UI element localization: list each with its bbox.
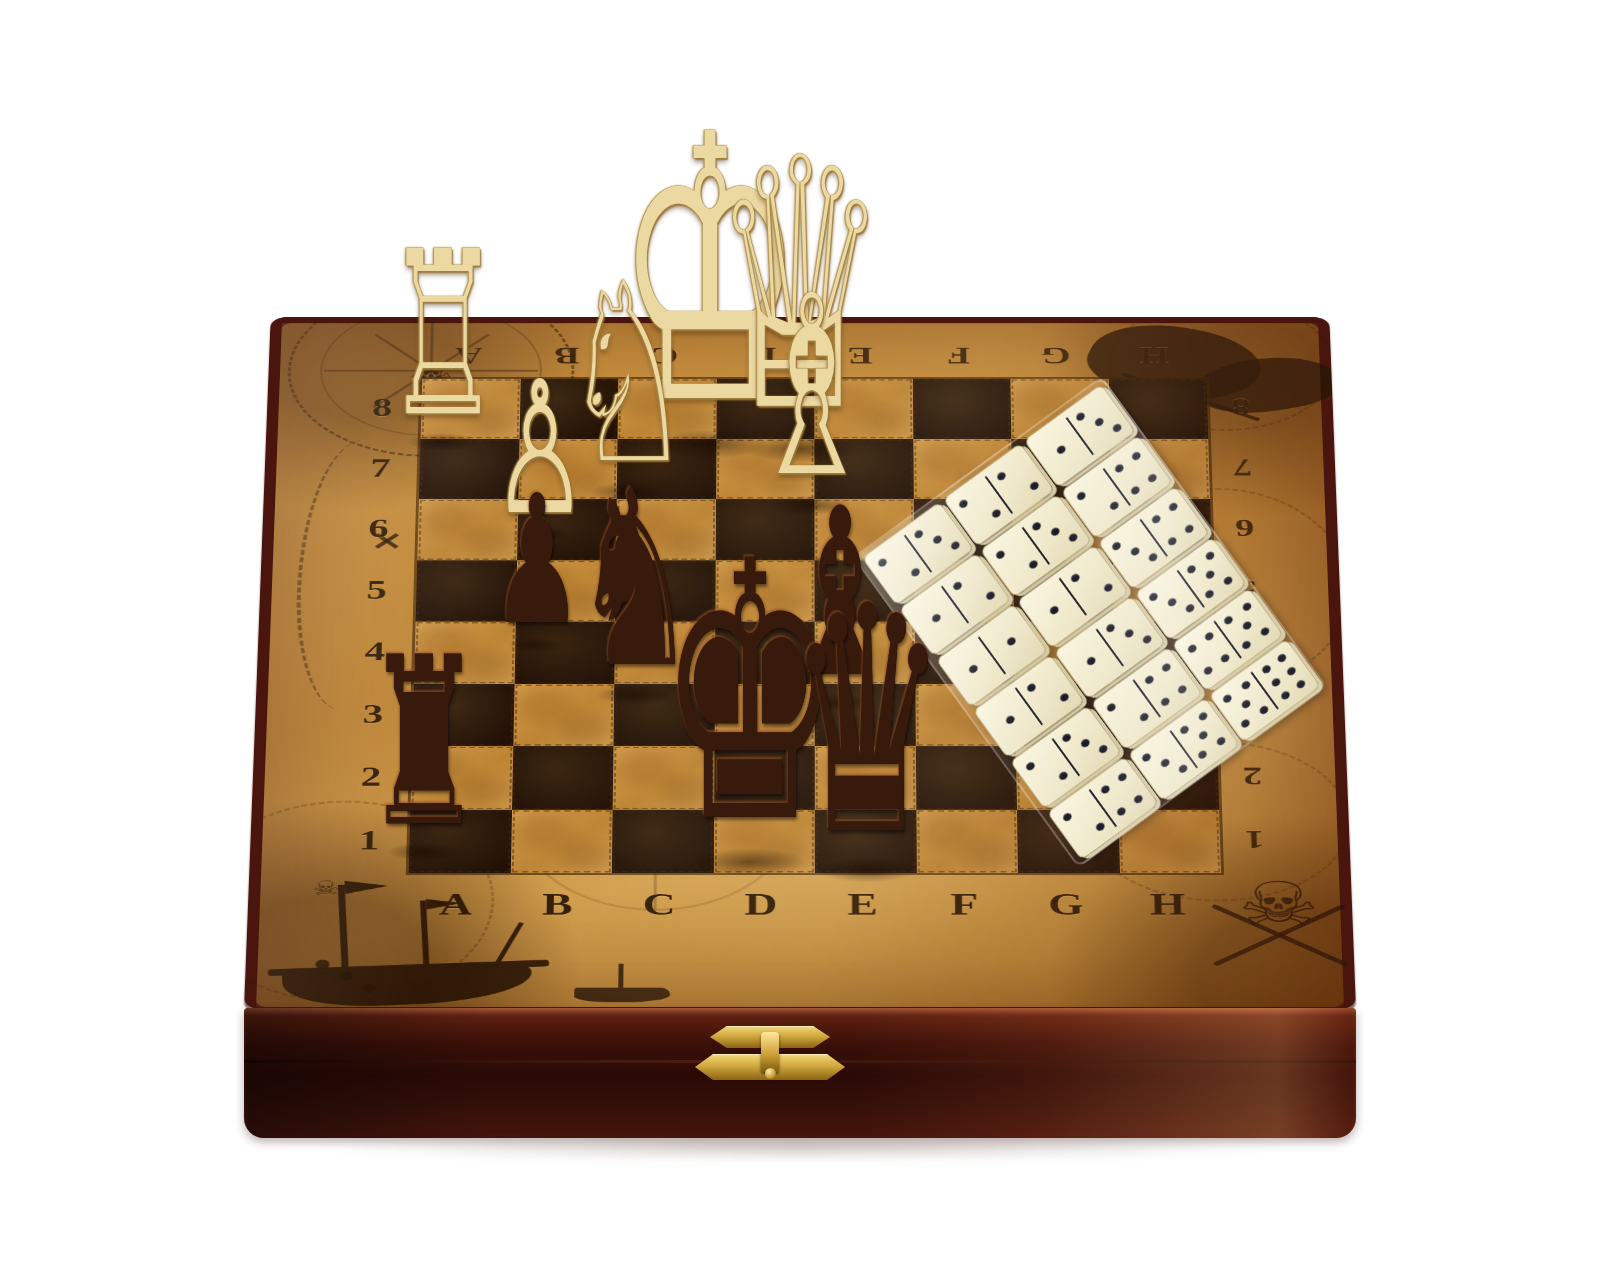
pip <box>1276 652 1288 663</box>
pip <box>1132 794 1144 805</box>
pip <box>1203 665 1215 676</box>
pip <box>1219 653 1231 664</box>
x-marks-the-spot <box>372 532 402 551</box>
rank-label-left-5: 5 <box>347 575 406 605</box>
pip <box>1150 513 1162 524</box>
file-label-bottom-h: H <box>1117 887 1219 922</box>
white-rook[interactable]: ♖ <box>385 222 502 449</box>
pip <box>1222 693 1234 704</box>
pip <box>1204 569 1216 580</box>
box-shadow <box>304 1134 1294 1160</box>
rank-label-right-2: 2 <box>1223 761 1283 791</box>
pip <box>1258 704 1270 715</box>
pip <box>1295 679 1307 690</box>
pip <box>1259 626 1271 637</box>
pip <box>1085 656 1097 667</box>
pip <box>1005 636 1017 647</box>
pip <box>1004 714 1016 725</box>
pip <box>1140 752 1152 763</box>
brass-latch[interactable] <box>695 1024 845 1094</box>
pip <box>1094 821 1106 832</box>
chess-box-scene: ☠ N <box>244 282 1356 1202</box>
pip <box>990 508 1002 519</box>
rank-label-right-8: 8 <box>1212 393 1270 422</box>
pip <box>1024 760 1036 771</box>
pip <box>1167 501 1179 512</box>
pip <box>985 590 997 601</box>
file-label-bottom-b: B <box>506 887 608 922</box>
pip <box>1110 541 1122 552</box>
pip <box>1147 592 1159 603</box>
pip <box>1116 806 1128 817</box>
pip <box>1059 692 1071 703</box>
box-front-panel <box>244 1008 1356 1138</box>
pip <box>1129 546 1141 557</box>
rank-label-left-6: 6 <box>349 513 408 543</box>
pip <box>1102 582 1114 593</box>
pip <box>1130 485 1142 496</box>
latch-hook <box>761 1032 779 1072</box>
pip <box>1160 696 1172 707</box>
pip <box>1141 633 1153 644</box>
pip <box>1261 663 1273 674</box>
file-label-top-h: H <box>1105 342 1203 371</box>
pip <box>1197 711 1209 722</box>
rank-label-right-7: 7 <box>1213 453 1272 482</box>
pip <box>1113 462 1125 473</box>
pip <box>949 539 961 550</box>
pip <box>1222 575 1234 586</box>
pip <box>1029 480 1041 491</box>
pip <box>1240 639 1252 650</box>
file-label-bottom-g: G <box>1015 887 1117 922</box>
rank-label-right-6: 6 <box>1215 513 1274 542</box>
pip <box>1204 588 1216 599</box>
pip <box>1240 699 1252 710</box>
pip <box>1167 536 1179 547</box>
pip <box>1048 605 1060 616</box>
pip <box>1179 724 1191 735</box>
pip <box>1177 763 1189 774</box>
pip <box>1241 620 1253 631</box>
pip <box>957 498 969 509</box>
pip <box>1093 417 1105 428</box>
pip <box>1204 550 1216 561</box>
pip <box>1147 551 1159 562</box>
square-b1[interactable] <box>510 809 612 873</box>
pip <box>1186 564 1198 575</box>
pip <box>1105 701 1117 712</box>
pip <box>1031 521 1043 532</box>
square-f8[interactable] <box>912 379 1011 439</box>
pip <box>1138 712 1150 723</box>
file-label-top-f: F <box>909 342 1007 371</box>
pip <box>1166 597 1178 608</box>
pip <box>1075 411 1087 422</box>
pip <box>1285 665 1297 676</box>
pip <box>1061 732 1073 743</box>
pip <box>1215 735 1227 746</box>
file-label-top-g: G <box>1007 342 1105 371</box>
pip <box>1069 572 1081 583</box>
pip <box>995 470 1007 481</box>
file-label-bottom-a: A <box>404 887 506 922</box>
pip <box>1159 757 1171 768</box>
pip <box>1116 771 1128 782</box>
pip <box>1184 602 1196 613</box>
pip <box>1240 680 1252 691</box>
pip <box>1049 526 1061 537</box>
pip <box>1183 523 1195 534</box>
pip <box>1055 444 1067 455</box>
dark-pawn[interactable]: ♟ <box>491 472 583 650</box>
pip <box>1241 601 1253 612</box>
pip <box>1057 770 1069 781</box>
pip <box>1079 738 1091 749</box>
dark-rook[interactable]: ♜ <box>364 626 484 858</box>
pip <box>1111 422 1123 433</box>
pip <box>1160 662 1172 673</box>
pip <box>1067 531 1079 542</box>
dark-queen[interactable]: ♛ <box>786 566 947 879</box>
pip <box>1105 623 1117 634</box>
pip <box>1123 628 1135 639</box>
pip <box>1143 674 1155 685</box>
pip <box>1075 490 1087 501</box>
pip <box>1099 783 1111 794</box>
pip <box>994 549 1006 560</box>
pip <box>1270 677 1282 688</box>
pip <box>1223 615 1235 626</box>
pip <box>1025 682 1037 693</box>
pip <box>1239 717 1251 728</box>
small-boat-decoration <box>574 962 670 1002</box>
pip <box>1280 690 1292 701</box>
flag-skull-icon: ☠ <box>312 876 340 900</box>
pip <box>1146 473 1158 484</box>
pip <box>1197 749 1209 760</box>
pip <box>1097 743 1109 754</box>
latch-knob <box>765 1068 776 1079</box>
pip <box>1176 684 1188 695</box>
pip <box>967 664 979 675</box>
pip <box>952 580 964 591</box>
pip <box>1061 811 1073 822</box>
pip <box>1108 500 1120 511</box>
pip <box>1130 450 1142 461</box>
square-b2[interactable] <box>512 746 614 809</box>
pip <box>1027 559 1039 570</box>
rank-label-right-1: 1 <box>1224 824 1284 855</box>
pip <box>1186 643 1198 654</box>
pip <box>1203 630 1215 641</box>
pip <box>1197 730 1209 741</box>
